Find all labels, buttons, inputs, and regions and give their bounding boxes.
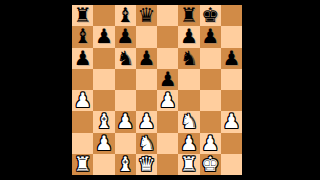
square-g6[interactable] (200, 48, 221, 69)
square-d6[interactable]: ♟ (136, 48, 157, 69)
piece-white-pawn: ♟ (116, 111, 134, 132)
piece-black-pawn: ♟ (222, 48, 240, 69)
piece-black-pawn: ♟ (116, 26, 134, 47)
piece-black-rook: ♜ (180, 5, 198, 26)
square-c6[interactable]: ♞ (115, 48, 136, 69)
square-a6[interactable]: ♟ (72, 48, 93, 69)
piece-black-pawn: ♟ (159, 69, 177, 90)
square-d7[interactable] (136, 26, 157, 47)
piece-white-knight: ♞ (180, 111, 198, 132)
square-a5[interactable] (72, 69, 93, 90)
square-a8[interactable]: ♜ (72, 5, 93, 26)
square-f2[interactable]: ♟ (178, 133, 199, 154)
square-g2[interactable]: ♟ (200, 133, 221, 154)
piece-black-bishop: ♝ (74, 26, 92, 47)
piece-black-rook: ♜ (74, 5, 92, 26)
square-h2[interactable] (221, 133, 242, 154)
piece-white-rook: ♜ (74, 154, 92, 175)
piece-black-king: ♚ (201, 5, 219, 26)
piece-white-bishop: ♝ (95, 111, 113, 132)
piece-black-pawn: ♟ (180, 26, 198, 47)
piece-black-pawn: ♟ (201, 26, 219, 47)
square-f5[interactable] (178, 69, 199, 90)
piece-white-knight: ♞ (137, 133, 155, 154)
square-h4[interactable] (221, 90, 242, 111)
square-b5[interactable] (93, 69, 114, 90)
piece-white-queen: ♛ (137, 154, 155, 175)
square-c2[interactable] (115, 133, 136, 154)
square-e4[interactable]: ♟ (157, 90, 178, 111)
square-a1[interactable]: ♜ (72, 154, 93, 175)
square-e5[interactable]: ♟ (157, 69, 178, 90)
square-d3[interactable]: ♟ (136, 111, 157, 132)
square-d4[interactable] (136, 90, 157, 111)
square-d8[interactable]: ♛ (136, 5, 157, 26)
square-f6[interactable]: ♞ (178, 48, 199, 69)
square-g7[interactable]: ♟ (200, 26, 221, 47)
piece-white-rook: ♜ (180, 154, 198, 175)
square-c4[interactable] (115, 90, 136, 111)
piece-black-pawn: ♟ (95, 26, 113, 47)
square-h5[interactable] (221, 69, 242, 90)
piece-white-bishop: ♝ (116, 154, 134, 175)
square-g5[interactable] (200, 69, 221, 90)
piece-black-queen: ♛ (137, 5, 155, 26)
square-h6[interactable]: ♟ (221, 48, 242, 69)
square-c8[interactable]: ♝ (115, 5, 136, 26)
square-c3[interactable]: ♟ (115, 111, 136, 132)
square-g8[interactable]: ♚ (200, 5, 221, 26)
square-d2[interactable]: ♞ (136, 133, 157, 154)
letterbox-left (0, 0, 72, 180)
square-b3[interactable]: ♝ (93, 111, 114, 132)
square-f8[interactable]: ♜ (178, 5, 199, 26)
square-b4[interactable] (93, 90, 114, 111)
square-b2[interactable]: ♟ (93, 133, 114, 154)
square-e1[interactable] (157, 154, 178, 175)
square-f3[interactable]: ♞ (178, 111, 199, 132)
square-a3[interactable] (72, 111, 93, 132)
square-a2[interactable] (72, 133, 93, 154)
square-a7[interactable]: ♝ (72, 26, 93, 47)
square-h8[interactable] (221, 5, 242, 26)
square-g1[interactable]: ♚ (200, 154, 221, 175)
square-f7[interactable]: ♟ (178, 26, 199, 47)
piece-white-pawn: ♟ (74, 90, 92, 111)
square-d1[interactable]: ♛ (136, 154, 157, 175)
piece-white-pawn: ♟ (159, 90, 177, 111)
chess-board: ♜♝♛♜♚♝♟♟♟♟♟♞♟♞♟♟♟♟♝♟♟♞♟♟♞♟♟♜♝♛♜♚ (72, 5, 242, 175)
piece-black-pawn: ♟ (137, 48, 155, 69)
square-h1[interactable] (221, 154, 242, 175)
piece-white-pawn: ♟ (201, 133, 219, 154)
square-h7[interactable] (221, 26, 242, 47)
square-b7[interactable]: ♟ (93, 26, 114, 47)
square-c1[interactable]: ♝ (115, 154, 136, 175)
piece-white-pawn: ♟ (95, 133, 113, 154)
piece-white-pawn: ♟ (137, 111, 155, 132)
square-g4[interactable] (200, 90, 221, 111)
square-e7[interactable] (157, 26, 178, 47)
square-a4[interactable]: ♟ (72, 90, 93, 111)
piece-white-king: ♚ (201, 154, 219, 175)
square-b6[interactable] (93, 48, 114, 69)
square-b1[interactable] (93, 154, 114, 175)
piece-black-knight: ♞ (116, 48, 134, 69)
square-c7[interactable]: ♟ (115, 26, 136, 47)
video-frame: ♜♝♛♜♚♝♟♟♟♟♟♞♟♞♟♟♟♟♝♟♟♞♟♟♞♟♟♜♝♛♜♚ (0, 0, 320, 180)
piece-black-pawn: ♟ (74, 48, 92, 69)
square-c5[interactable] (115, 69, 136, 90)
square-b8[interactable] (93, 5, 114, 26)
piece-black-knight: ♞ (180, 48, 198, 69)
square-e6[interactable] (157, 48, 178, 69)
square-d5[interactable] (136, 69, 157, 90)
piece-black-bishop: ♝ (116, 5, 134, 26)
piece-white-pawn: ♟ (180, 133, 198, 154)
square-e8[interactable] (157, 5, 178, 26)
square-f1[interactable]: ♜ (178, 154, 199, 175)
square-g3[interactable] (200, 111, 221, 132)
square-e3[interactable] (157, 111, 178, 132)
square-f4[interactable] (178, 90, 199, 111)
square-h3[interactable]: ♟ (221, 111, 242, 132)
letterbox-right (242, 0, 320, 180)
square-e2[interactable] (157, 133, 178, 154)
piece-white-pawn: ♟ (222, 111, 240, 132)
